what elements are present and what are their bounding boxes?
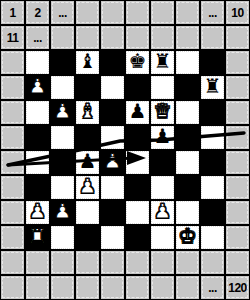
border-cell-110 <box>225 250 250 275</box>
border-cell-114 <box>75 275 100 300</box>
border-cell-41 <box>0 100 25 125</box>
square-g6[interactable] <box>175 100 200 125</box>
white-bishop-c6: ♝ <box>79 100 97 124</box>
square-a7[interactable]: ♟ <box>25 75 50 100</box>
white-king-g1: ♚ <box>179 225 197 249</box>
border-cell-13 <box>50 25 75 50</box>
cell-number-label: ... <box>58 7 67 19</box>
square-c2[interactable] <box>75 200 100 225</box>
cell-number-label: 120 <box>228 282 247 294</box>
white-pawn-b2: ♟ <box>54 200 72 224</box>
square-a5[interactable] <box>25 125 50 150</box>
square-f5[interactable]: ♟ <box>150 125 175 150</box>
border-cell-19 <box>200 25 225 50</box>
border-cell-108 <box>175 250 200 275</box>
border-cell-10: 10 <box>225 0 250 25</box>
square-a3[interactable] <box>25 175 50 200</box>
white-pawn-f2: ♟ <box>154 200 172 224</box>
border-cell-50 <box>225 100 250 125</box>
square-g2[interactable] <box>175 200 200 225</box>
border-cell-80 <box>225 175 250 200</box>
border-cell-91 <box>0 225 25 250</box>
square-f8[interactable]: ♜ <box>150 50 175 75</box>
square-f7[interactable] <box>150 75 175 100</box>
cell-number-label: ... <box>208 7 217 19</box>
border-cell-31 <box>0 75 25 100</box>
square-b1[interactable] <box>50 225 75 250</box>
cell-number-label: ... <box>208 282 217 294</box>
square-a4[interactable] <box>25 150 50 175</box>
square-d1[interactable] <box>100 225 125 250</box>
border-cell-111 <box>0 275 25 300</box>
white-pawn-c3: ♟ <box>79 175 97 199</box>
border-cell-1: 1 <box>0 0 25 25</box>
border-cell-112 <box>25 275 50 300</box>
cell-number-label: ... <box>33 32 42 44</box>
border-cell-109 <box>200 250 225 275</box>
border-cell-107 <box>150 250 175 275</box>
square-e6[interactable]: ♟ <box>125 100 150 125</box>
border-cell-61 <box>0 150 25 175</box>
white-pawn-b6: ♟ <box>54 100 72 124</box>
square-a2[interactable]: ♟ <box>25 200 50 225</box>
square-f6[interactable]: ♛ <box>150 100 175 125</box>
white-queen-f6: ♛ <box>154 100 172 124</box>
square-c8[interactable]: ♝ <box>75 50 100 75</box>
square-c4[interactable]: ♟ <box>75 150 100 175</box>
white-pawn-d4: ♟ <box>104 150 122 174</box>
square-d2[interactable] <box>100 200 125 225</box>
square-b3[interactable] <box>50 175 75 200</box>
numbered-grid: 12......1011...♝♚♜♟♜♟♝♟♛♟♟♟♟♟♟♟♜♚...120 <box>0 0 250 300</box>
border-cell-8 <box>175 0 200 25</box>
border-cell-119: ... <box>200 275 225 300</box>
border-cell-105 <box>100 250 125 275</box>
square-d7[interactable] <box>100 75 125 100</box>
border-cell-14 <box>75 25 100 50</box>
border-cell-71 <box>0 175 25 200</box>
border-cell-16 <box>125 25 150 50</box>
border-cell-51 <box>0 125 25 150</box>
border-cell-116 <box>125 275 150 300</box>
square-c3[interactable]: ♟ <box>75 175 100 200</box>
square-f2[interactable]: ♟ <box>150 200 175 225</box>
square-b4[interactable] <box>50 150 75 175</box>
square-g3[interactable] <box>175 175 200 200</box>
border-cell-60 <box>225 125 250 150</box>
border-cell-4 <box>75 0 100 25</box>
square-d6[interactable] <box>100 100 125 125</box>
black-king-e8: ♚ <box>129 50 147 74</box>
square-f3[interactable] <box>150 175 175 200</box>
square-e2[interactable] <box>125 200 150 225</box>
square-d4[interactable]: ♟ <box>100 150 125 175</box>
border-cell-115 <box>100 275 125 300</box>
border-cell-18 <box>175 25 200 50</box>
square-e1[interactable] <box>125 225 150 250</box>
square-h5[interactable] <box>200 125 225 150</box>
border-cell-5 <box>100 0 125 25</box>
white-rook-a1: ♜ <box>29 225 47 249</box>
square-e5[interactable] <box>125 125 150 150</box>
square-d8[interactable] <box>100 50 125 75</box>
border-cell-30 <box>225 50 250 75</box>
square-f4[interactable] <box>150 150 175 175</box>
square-h3[interactable] <box>200 175 225 200</box>
square-g8[interactable] <box>175 50 200 75</box>
black-pawn-c4: ♟ <box>79 150 97 174</box>
border-cell-2: 2 <box>25 0 50 25</box>
black-bishop-c8: ♝ <box>79 50 97 74</box>
square-e8[interactable]: ♚ <box>125 50 150 75</box>
border-cell-90 <box>225 200 250 225</box>
square-a6[interactable] <box>25 100 50 125</box>
square-a8[interactable] <box>25 50 50 75</box>
white-pawn-a2: ♟ <box>29 200 47 224</box>
border-cell-15 <box>100 25 125 50</box>
square-h2[interactable] <box>200 200 225 225</box>
square-c7[interactable] <box>75 75 100 100</box>
border-cell-7 <box>150 0 175 25</box>
square-b6[interactable]: ♟ <box>50 100 75 125</box>
square-d3[interactable] <box>100 175 125 200</box>
border-cell-17 <box>150 25 175 50</box>
border-cell-20 <box>225 25 250 50</box>
black-rook-h7: ♜ <box>204 75 222 99</box>
border-cell-70 <box>225 150 250 175</box>
square-b7[interactable] <box>50 75 75 100</box>
border-cell-21 <box>0 50 25 75</box>
square-h1[interactable] <box>200 225 225 250</box>
black-pawn-f5: ♟ <box>154 125 172 149</box>
cell-number-label: 10 <box>231 7 243 19</box>
square-h7[interactable]: ♜ <box>200 75 225 100</box>
black-pawn-e6: ♟ <box>129 100 147 124</box>
cell-number-label: 1 <box>9 7 15 19</box>
square-c6[interactable]: ♝ <box>75 100 100 125</box>
border-cell-40 <box>225 75 250 100</box>
border-cell-101 <box>0 250 25 275</box>
border-cell-103 <box>50 250 75 275</box>
border-cell-3: ... <box>50 0 75 25</box>
border-cell-9: ... <box>200 0 225 25</box>
border-cell-106 <box>125 250 150 275</box>
cell-number-label: 2 <box>34 7 40 19</box>
square-b8[interactable] <box>50 50 75 75</box>
border-cell-113 <box>50 275 75 300</box>
square-g5[interactable] <box>175 125 200 150</box>
square-g7[interactable] <box>175 75 200 100</box>
square-c1[interactable] <box>75 225 100 250</box>
border-cell-81 <box>0 200 25 225</box>
border-cell-102 <box>25 250 50 275</box>
chess-diagram: 12......1011...♝♚♜♟♜♟♝♟♛♟♟♟♟♟♟♟♜♚...120 <box>0 0 250 300</box>
square-b5[interactable] <box>50 125 75 150</box>
border-cell-120: 120 <box>225 275 250 300</box>
square-g4[interactable] <box>175 150 200 175</box>
border-cell-11: 11 <box>0 25 25 50</box>
square-e7[interactable] <box>125 75 150 100</box>
cell-number-label: 11 <box>7 32 19 44</box>
border-cell-117 <box>150 275 175 300</box>
square-g1[interactable]: ♚ <box>175 225 200 250</box>
border-cell-104 <box>75 250 100 275</box>
square-a1[interactable]: ♜ <box>25 225 50 250</box>
border-cell-118 <box>175 275 200 300</box>
square-e3[interactable] <box>125 175 150 200</box>
white-pawn-a7: ♟ <box>29 75 47 99</box>
border-cell-6 <box>125 0 150 25</box>
square-c5[interactable] <box>75 125 100 150</box>
black-rook-f8: ♜ <box>154 50 172 74</box>
square-e4[interactable] <box>125 150 150 175</box>
border-cell-12: ... <box>25 25 50 50</box>
square-b2[interactable]: ♟ <box>50 200 75 225</box>
border-cell-100 <box>225 225 250 250</box>
square-h8[interactable] <box>200 50 225 75</box>
square-h4[interactable] <box>200 150 225 175</box>
square-d5[interactable] <box>100 125 125 150</box>
square-f1[interactable] <box>150 225 175 250</box>
square-h6[interactable] <box>200 100 225 125</box>
